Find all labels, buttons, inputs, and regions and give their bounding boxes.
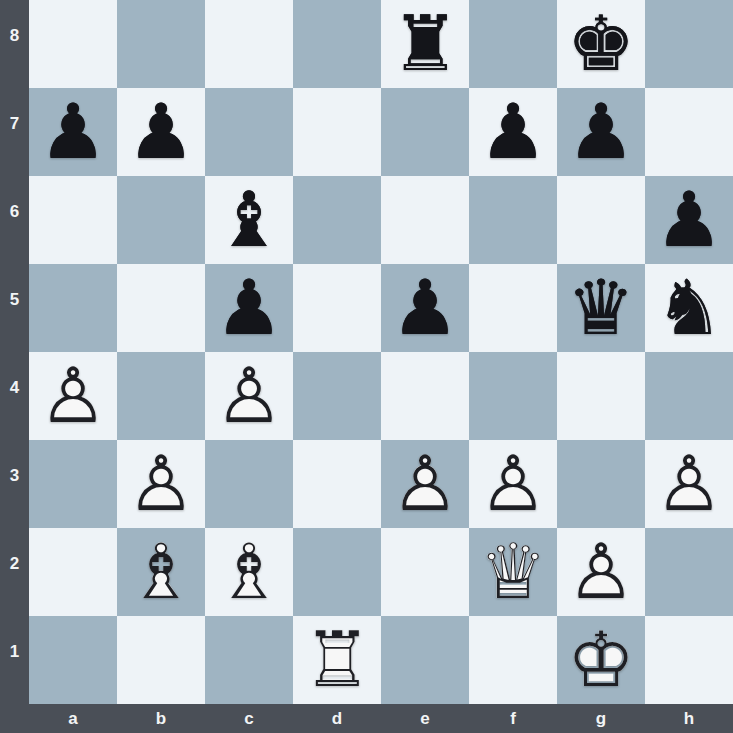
square-c7[interactable]: [205, 88, 293, 176]
file-label-d: d: [293, 704, 381, 733]
square-g4[interactable]: [557, 352, 645, 440]
square-g1[interactable]: ♚♔: [557, 616, 645, 704]
file-label-b: b: [117, 704, 205, 733]
black-knight[interactable]: ♞♞: [645, 264, 733, 352]
black-pawn-glyph-outline: ♟: [29, 88, 117, 176]
square-d2[interactable]: [293, 528, 381, 616]
rank-label-4: 4: [0, 352, 29, 440]
square-c1[interactable]: [205, 616, 293, 704]
file-labels: abcdefgh: [29, 704, 733, 733]
square-g8[interactable]: ♚♚: [557, 0, 645, 88]
square-b8[interactable]: [117, 0, 205, 88]
white-pawn-glyph-outline: ♙: [557, 528, 645, 616]
rank-label-7: 7: [0, 88, 29, 176]
square-b3[interactable]: ♟♙: [117, 440, 205, 528]
square-h1[interactable]: [645, 616, 733, 704]
square-h3[interactable]: ♟♙: [645, 440, 733, 528]
black-king-glyph-outline: ♚: [557, 0, 645, 88]
square-a6[interactable]: [29, 176, 117, 264]
square-g3[interactable]: [557, 440, 645, 528]
white-king[interactable]: ♚♔: [557, 616, 645, 704]
chess-board-widget: 87654321 ♜♜♚♚♟♟♟♟♟♟♟♟♝♝♟♟♟♟♟♟♛♛♞♞♟♙♟♙♟♙♟…: [0, 0, 733, 733]
black-pawn[interactable]: ♟♟: [469, 88, 557, 176]
square-a7[interactable]: ♟♟: [29, 88, 117, 176]
rank-label-2: 2: [0, 528, 29, 616]
white-pawn[interactable]: ♟♙: [557, 528, 645, 616]
black-bishop[interactable]: ♝♝: [205, 176, 293, 264]
square-e4[interactable]: [381, 352, 469, 440]
file-label-e: e: [381, 704, 469, 733]
white-bishop-glyph-outline: ♗: [205, 528, 293, 616]
square-b7[interactable]: ♟♟: [117, 88, 205, 176]
square-e7[interactable]: [381, 88, 469, 176]
black-rook[interactable]: ♜♜: [381, 0, 469, 88]
square-e6[interactable]: [381, 176, 469, 264]
black-pawn-glyph-outline: ♟: [381, 264, 469, 352]
square-c3[interactable]: [205, 440, 293, 528]
rank-label-1: 1: [0, 616, 29, 704]
square-h2[interactable]: [645, 528, 733, 616]
square-h5[interactable]: ♞♞: [645, 264, 733, 352]
square-c5[interactable]: ♟♟: [205, 264, 293, 352]
square-g5[interactable]: ♛♛: [557, 264, 645, 352]
black-knight-glyph-outline: ♞: [645, 264, 733, 352]
square-d1[interactable]: ♜♖: [293, 616, 381, 704]
square-d3[interactable]: [293, 440, 381, 528]
square-a4[interactable]: ♟♙: [29, 352, 117, 440]
file-label-a: a: [29, 704, 117, 733]
square-f6[interactable]: [469, 176, 557, 264]
file-label-h: h: [645, 704, 733, 733]
white-king-glyph-outline: ♔: [557, 616, 645, 704]
white-rook-glyph-outline: ♖: [293, 616, 381, 704]
white-pawn[interactable]: ♟♙: [29, 352, 117, 440]
white-pawn[interactable]: ♟♙: [205, 352, 293, 440]
white-pawn[interactable]: ♟♙: [645, 440, 733, 528]
white-queen[interactable]: ♛♕: [469, 528, 557, 616]
square-a3[interactable]: [29, 440, 117, 528]
black-pawn-glyph-outline: ♟: [205, 264, 293, 352]
white-pawn-glyph-outline: ♙: [645, 440, 733, 528]
black-pawn[interactable]: ♟♟: [29, 88, 117, 176]
white-pawn-glyph-outline: ♙: [469, 440, 557, 528]
square-g6[interactable]: [557, 176, 645, 264]
white-pawn[interactable]: ♟♙: [469, 440, 557, 528]
square-h8[interactable]: [645, 0, 733, 88]
square-h7[interactable]: [645, 88, 733, 176]
black-pawn-glyph-outline: ♟: [645, 176, 733, 264]
rank-label-6: 6: [0, 176, 29, 264]
black-queen[interactable]: ♛♛: [557, 264, 645, 352]
square-f2[interactable]: ♛♕: [469, 528, 557, 616]
square-a2[interactable]: [29, 528, 117, 616]
square-c6[interactable]: ♝♝: [205, 176, 293, 264]
black-rook-glyph-outline: ♜: [381, 0, 469, 88]
square-a5[interactable]: [29, 264, 117, 352]
black-queen-glyph-outline: ♛: [557, 264, 645, 352]
black-pawn-glyph-outline: ♟: [117, 88, 205, 176]
chess-board: ♜♜♚♚♟♟♟♟♟♟♟♟♝♝♟♟♟♟♟♟♛♛♞♞♟♙♟♙♟♙♟♙♟♙♟♙♝♗♝♗…: [29, 0, 733, 704]
file-label-g: g: [557, 704, 645, 733]
square-f4[interactable]: [469, 352, 557, 440]
file-label-f: f: [469, 704, 557, 733]
white-bishop[interactable]: ♝♗: [117, 528, 205, 616]
square-f1[interactable]: [469, 616, 557, 704]
square-d5[interactable]: [293, 264, 381, 352]
board-frame-corner: [0, 704, 29, 733]
rank-label-3: 3: [0, 440, 29, 528]
rank-labels: 87654321: [0, 0, 29, 704]
square-c4[interactable]: ♟♙: [205, 352, 293, 440]
square-f7[interactable]: ♟♟: [469, 88, 557, 176]
black-bishop-glyph-outline: ♝: [205, 176, 293, 264]
square-c8[interactable]: [205, 0, 293, 88]
black-pawn[interactable]: ♟♟: [381, 264, 469, 352]
square-d4[interactable]: [293, 352, 381, 440]
white-bishop-glyph-outline: ♗: [117, 528, 205, 616]
square-h4[interactable]: [645, 352, 733, 440]
white-queen-glyph-outline: ♕: [469, 528, 557, 616]
white-pawn-glyph-outline: ♙: [381, 440, 469, 528]
square-c2[interactable]: ♝♗: [205, 528, 293, 616]
square-e8[interactable]: ♜♜: [381, 0, 469, 88]
black-pawn[interactable]: ♟♟: [557, 88, 645, 176]
black-pawn-glyph-outline: ♟: [469, 88, 557, 176]
square-a1[interactable]: [29, 616, 117, 704]
white-bishop[interactable]: ♝♗: [205, 528, 293, 616]
square-a8[interactable]: [29, 0, 117, 88]
square-g7[interactable]: ♟♟: [557, 88, 645, 176]
rank-label-8: 8: [0, 0, 29, 88]
square-b2[interactable]: ♝♗: [117, 528, 205, 616]
square-e5[interactable]: ♟♟: [381, 264, 469, 352]
white-pawn-glyph-outline: ♙: [117, 440, 205, 528]
black-pawn[interactable]: ♟♟: [645, 176, 733, 264]
black-pawn-glyph-outline: ♟: [557, 88, 645, 176]
square-f3[interactable]: ♟♙: [469, 440, 557, 528]
rank-label-5: 5: [0, 264, 29, 352]
square-b6[interactable]: [117, 176, 205, 264]
square-d6[interactable]: [293, 176, 381, 264]
square-b4[interactable]: [117, 352, 205, 440]
black-pawn[interactable]: ♟♟: [117, 88, 205, 176]
white-pawn-glyph-outline: ♙: [205, 352, 293, 440]
square-d7[interactable]: [293, 88, 381, 176]
square-d8[interactable]: [293, 0, 381, 88]
square-f8[interactable]: [469, 0, 557, 88]
square-e3[interactable]: ♟♙: [381, 440, 469, 528]
white-rook[interactable]: ♜♖: [293, 616, 381, 704]
black-king[interactable]: ♚♚: [557, 0, 645, 88]
white-pawn[interactable]: ♟♙: [117, 440, 205, 528]
white-pawn[interactable]: ♟♙: [381, 440, 469, 528]
square-b1[interactable]: [117, 616, 205, 704]
square-g2[interactable]: ♟♙: [557, 528, 645, 616]
square-e1[interactable]: [381, 616, 469, 704]
file-label-c: c: [205, 704, 293, 733]
black-pawn[interactable]: ♟♟: [205, 264, 293, 352]
square-h6[interactable]: ♟♟: [645, 176, 733, 264]
square-e2[interactable]: [381, 528, 469, 616]
square-f5[interactable]: [469, 264, 557, 352]
square-b5[interactable]: [117, 264, 205, 352]
white-pawn-glyph-outline: ♙: [29, 352, 117, 440]
